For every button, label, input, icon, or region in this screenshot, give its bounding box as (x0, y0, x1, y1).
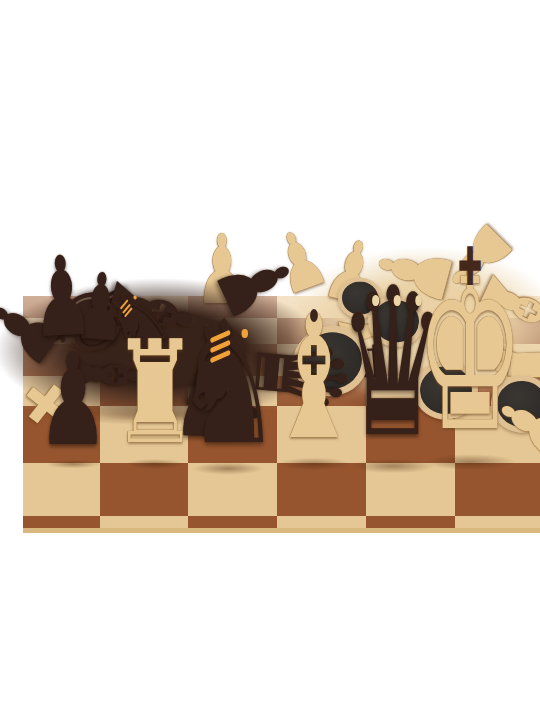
white-king-piece[interactable]: ♚✚ (415, 240, 524, 462)
king-cross-icon: ✚ (458, 241, 483, 294)
square-r6c5 (455, 516, 540, 528)
square-r6c0 (23, 516, 100, 528)
bishop-finial-icon (310, 309, 318, 322)
square-r6c1 (100, 516, 188, 528)
queen-crown-tip-icon (394, 295, 401, 306)
square-r6c2 (188, 516, 277, 528)
queen-crown-tip-icon (372, 295, 379, 306)
square-r6c4 (366, 516, 455, 528)
knight-mane-icon (132, 295, 137, 300)
knight-mane-icon (242, 329, 248, 338)
square-r6c3 (277, 516, 366, 528)
black-pawn-piece[interactable]: ♟ (37, 336, 108, 464)
board-front-edge (23, 528, 540, 533)
black-knight-piece[interactable]: ♞ (173, 298, 283, 468)
chess-set-photo: ♟♜♞♝♛♚✚♟♟♟♟♝♟♛♟♚♟♝♞✚♜♟♟♝♜♟♝♟♟ (0, 0, 540, 720)
